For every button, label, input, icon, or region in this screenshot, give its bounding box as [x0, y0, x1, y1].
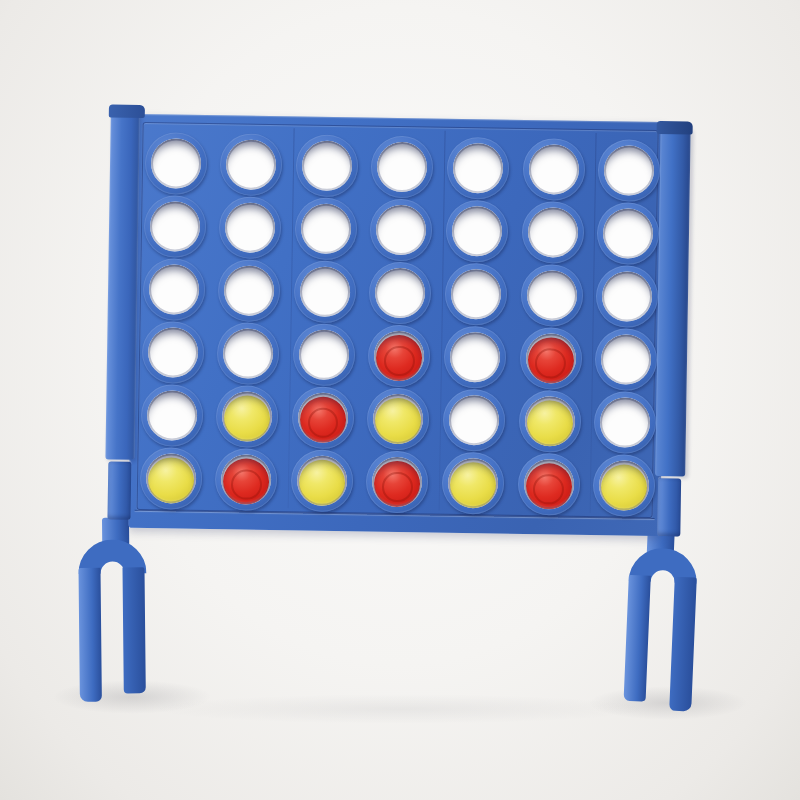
yellow-disc: [299, 459, 346, 506]
hole-with-yellow-disc: [297, 455, 348, 506]
empty-hole: [451, 268, 502, 319]
cell-r6-c3: [284, 448, 361, 512]
empty-hole: [301, 203, 352, 254]
hole-inner-shadow: [300, 266, 351, 317]
cell-r4-c3: [286, 322, 363, 386]
hole-ring: [144, 131, 207, 194]
hole-ring: [593, 454, 656, 517]
hole-inner-shadow: [223, 328, 274, 379]
left-leg-inner-limb: [122, 567, 145, 693]
hole-inner-shadow: [148, 264, 199, 315]
empty-hole: [600, 397, 651, 448]
empty-hole: [376, 204, 427, 255]
board-panel: [128, 114, 666, 536]
hole-inner-shadow: [453, 142, 504, 193]
hole-with-red-disc: [221, 454, 272, 505]
empty-hole: [225, 202, 276, 253]
hole-ring: [293, 260, 356, 323]
cell-r6-c5: [435, 451, 512, 515]
hole-ring: [370, 198, 433, 261]
hole-inner-shadow: [452, 205, 503, 256]
right-leg-inner-limb: [624, 575, 651, 702]
hole-ring: [517, 452, 580, 515]
hole-inner-shadow: [376, 204, 427, 255]
cell-r3-c4: [362, 260, 439, 324]
empty-hole: [300, 266, 351, 317]
red-disc: [376, 334, 423, 381]
hole-ring: [445, 262, 508, 325]
cell-r1-c5: [440, 136, 517, 200]
cell-r3-c7: [589, 264, 666, 328]
cell-r3-c5: [438, 262, 515, 326]
cell-r2-c5: [439, 199, 516, 263]
cell-r5-c5: [436, 388, 513, 452]
hole-ring: [367, 387, 430, 450]
hole-ring: [366, 450, 429, 513]
hole-ring: [597, 202, 660, 265]
cell-r1-c3: [289, 133, 366, 197]
cell-r3-c6: [513, 263, 590, 327]
hole-inner-shadow: [149, 201, 200, 252]
hole-ring: [521, 200, 584, 263]
hole-ring: [598, 139, 661, 202]
empty-hole: [299, 329, 350, 380]
empty-hole: [375, 267, 426, 318]
right-leg: [617, 525, 701, 720]
cell-r2-c6: [514, 200, 591, 264]
right-hinge-joint: [657, 478, 681, 536]
hole-ring: [518, 389, 581, 452]
cell-r4-c6: [512, 326, 589, 390]
cell-r2-c2: [212, 195, 289, 259]
yellow-disc: [526, 400, 573, 447]
empty-hole: [526, 269, 577, 320]
hole-with-yellow-disc: [145, 453, 196, 504]
cell-r5-c6: [511, 389, 588, 453]
hole-with-red-disc: [372, 456, 423, 507]
hole-ring: [215, 448, 278, 511]
hole-ring: [595, 328, 658, 391]
hole-inner-shadow: [528, 144, 579, 195]
hole-ring: [520, 263, 583, 326]
empty-hole: [147, 327, 198, 378]
hole-ring: [594, 391, 657, 454]
hole-inner-shadow: [146, 390, 197, 441]
yellow-disc: [224, 395, 271, 442]
hole-inner-shadow: [147, 327, 198, 378]
cell-r4-c4: [361, 323, 438, 387]
empty-hole: [604, 145, 655, 196]
hole-ring: [596, 265, 659, 328]
red-disc: [525, 463, 572, 510]
cell-r1-c7: [591, 138, 668, 202]
cell-r3-c2: [211, 258, 288, 322]
empty-hole: [146, 390, 197, 441]
yellow-disc: [375, 397, 422, 444]
hole-ring: [142, 257, 205, 320]
red-disc: [223, 458, 270, 505]
disc-molded-ring: [535, 348, 566, 379]
hole-ring: [519, 326, 582, 389]
cell-r4-c7: [588, 327, 665, 391]
hole-with-red-disc: [374, 330, 425, 381]
empty-hole: [528, 144, 579, 195]
left-hinge-joint: [107, 461, 131, 519]
right-side-rail: [655, 126, 690, 476]
empty-hole: [450, 331, 501, 382]
hole-ring: [143, 194, 206, 257]
empty-hole: [527, 207, 578, 258]
empty-hole: [601, 334, 652, 385]
hole-ring: [295, 134, 358, 197]
hole-with-yellow-disc: [222, 391, 273, 442]
hole-inner-shadow: [301, 203, 352, 254]
empty-hole: [452, 205, 503, 256]
cell-r2-c4: [363, 197, 440, 261]
hole-ring: [442, 451, 505, 514]
cell-r4-c5: [437, 325, 514, 389]
cell-r1-c6: [515, 137, 592, 201]
empty-hole: [148, 264, 199, 315]
cell-r4-c1: [135, 320, 212, 384]
hole-inner-shadow: [150, 138, 201, 189]
left-leg: [76, 517, 154, 710]
disc-molded-ring: [382, 471, 413, 502]
hole-inner-shadow: [224, 265, 275, 316]
hole-inner-shadow: [377, 141, 428, 192]
board-grid: [133, 131, 668, 517]
hole-ring: [443, 388, 506, 451]
empty-hole: [302, 140, 353, 191]
hole-ring: [447, 136, 510, 199]
hole-inner-shadow: [527, 207, 578, 258]
hole-ring: [369, 261, 432, 324]
cell-r5-c3: [285, 385, 362, 449]
hole-inner-shadow: [601, 334, 652, 385]
empty-hole: [449, 394, 500, 445]
cell-r2-c1: [137, 194, 214, 258]
cell-r5-c4: [360, 386, 437, 450]
hole-inner-shadow: [302, 140, 353, 191]
disc-molded-ring: [231, 469, 262, 500]
cell-r3-c3: [287, 259, 364, 323]
cell-r6-c1: [133, 446, 210, 510]
right-leg-outer-limb: [669, 577, 697, 712]
hole-with-yellow-disc: [448, 457, 499, 508]
disc-molded-ring: [307, 407, 338, 438]
disc-molded-ring: [384, 345, 415, 376]
empty-hole: [226, 139, 277, 190]
hole-with-red-disc: [523, 458, 574, 509]
hole-ring: [292, 386, 355, 449]
hole-ring: [522, 137, 585, 200]
cell-r5-c1: [134, 383, 211, 447]
cell-r5-c7: [587, 390, 664, 454]
hole-ring: [293, 323, 356, 386]
hole-with-red-disc: [525, 332, 576, 383]
hole-ring: [140, 383, 203, 446]
hole-inner-shadow: [450, 331, 501, 382]
hole-inner-shadow: [600, 397, 651, 448]
hole-ring: [217, 322, 280, 385]
empty-hole: [453, 142, 504, 193]
red-disc: [527, 337, 574, 384]
hole-inner-shadow: [449, 394, 500, 445]
empty-hole: [603, 208, 654, 259]
cell-r6-c2: [208, 447, 285, 511]
cell-r6-c6: [510, 452, 587, 516]
red-disc: [300, 396, 347, 443]
hole-inner-shadow: [299, 329, 350, 380]
empty-hole: [224, 265, 275, 316]
empty-hole: [150, 138, 201, 189]
hole-ring: [368, 324, 431, 387]
cell-r2-c7: [590, 201, 667, 265]
disc-molded-ring: [533, 474, 564, 505]
yellow-disc: [147, 457, 194, 504]
yellow-disc: [450, 461, 497, 508]
cell-r6-c7: [586, 453, 663, 517]
cell-r1-c4: [364, 134, 441, 198]
red-disc: [374, 460, 421, 507]
right-rail-top-cap: [657, 121, 693, 135]
hole-inner-shadow: [375, 267, 426, 318]
empty-hole: [223, 328, 274, 379]
hole-ring: [371, 135, 434, 198]
hole-ring: [220, 133, 283, 196]
cell-r6-c4: [359, 449, 436, 513]
hole-ring: [294, 197, 357, 260]
hole-inner-shadow: [602, 271, 653, 322]
hole-with-yellow-disc: [599, 460, 650, 511]
hole-inner-shadow: [451, 268, 502, 319]
hole-ring: [219, 196, 282, 259]
hole-ring: [291, 449, 354, 512]
hole-ring: [446, 199, 509, 262]
cell-r1-c1: [138, 131, 215, 195]
hole-ring: [141, 320, 204, 383]
hole-with-red-disc: [298, 392, 349, 443]
hole-inner-shadow: [225, 202, 276, 253]
empty-hole: [377, 141, 428, 192]
hole-with-yellow-disc: [373, 393, 424, 444]
left-leg-outer-limb: [78, 568, 101, 702]
hole-ring: [444, 325, 507, 388]
cell-r3-c1: [136, 257, 213, 321]
cell-r5-c2: [209, 384, 286, 448]
yellow-disc: [601, 464, 648, 511]
left-side-rail: [105, 109, 139, 459]
left-rail-top-cap: [109, 104, 145, 118]
cell-r4-c2: [210, 321, 287, 385]
hole-ring: [139, 446, 202, 509]
hole-ring: [216, 385, 279, 448]
photo-background: [0, 0, 800, 800]
hole-ring: [218, 259, 281, 322]
hole-inner-shadow: [603, 208, 654, 259]
hole-inner-shadow: [226, 139, 277, 190]
hole-inner-shadow: [526, 269, 577, 320]
empty-hole: [149, 201, 200, 252]
empty-hole: [602, 271, 653, 322]
cell-r2-c3: [288, 196, 365, 260]
connect-four-set: [75, 103, 717, 725]
hole-inner-shadow: [604, 145, 655, 196]
cell-r1-c2: [213, 132, 290, 196]
hole-with-yellow-disc: [524, 395, 575, 446]
